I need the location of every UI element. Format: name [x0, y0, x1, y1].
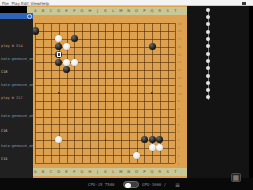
coord-number: 19	[178, 22, 182, 26]
coord-number: 4	[178, 138, 180, 142]
console-header[interactable]	[0, 13, 33, 19]
coord-letter: L	[111, 168, 115, 176]
game-tree-panel[interactable]	[187, 6, 253, 179]
grid-line-v	[137, 23, 138, 163]
coord-number: 7	[178, 115, 180, 119]
grid-line-h	[35, 109, 175, 110]
coord-letter: O	[135, 168, 139, 176]
gtp-console-sidebar: play W E14kata-genmove_anC18kata-genmove…	[0, 13, 33, 183]
coord-number: 14	[178, 60, 182, 64]
coord-letter: P	[142, 168, 146, 176]
coord-letter: T	[173, 7, 177, 15]
coord-number: 10	[178, 92, 182, 96]
coord-letter: G	[80, 7, 84, 15]
coord-number: 1	[178, 162, 180, 166]
coord-letter: R	[158, 7, 162, 15]
coord-letter: D	[57, 168, 61, 176]
coord-letter: J	[96, 7, 100, 15]
tree-node-8[interactable]	[206, 59, 210, 63]
grid-line-v	[129, 23, 130, 163]
search-icon[interactable]	[27, 14, 32, 19]
black-stone-D16	[55, 43, 62, 50]
console-line: kata-genmove_an	[1, 114, 33, 119]
console-line: kata-genmove_an	[1, 57, 33, 62]
coord-letter: D	[57, 7, 61, 15]
hamburger-menu-icon[interactable]: ≡	[175, 181, 180, 188]
tree-node-1[interactable]	[206, 8, 210, 12]
grid-line-h	[35, 124, 175, 125]
coord-letter: H	[88, 168, 92, 176]
console-line: C15	[1, 157, 33, 162]
coord-number: 9	[178, 99, 180, 103]
black-stone-D14	[55, 59, 62, 66]
coord-letter: N	[127, 168, 131, 176]
grid-line-v	[121, 23, 122, 163]
grid-line-h	[35, 155, 175, 156]
coord-letter: H	[88, 7, 92, 15]
cpu-engine-label: CPU-i5 7500	[88, 182, 115, 187]
coord-letter: Q	[150, 7, 154, 15]
status-bar: CPU-i5 7500 GPU-1060 / ≡ ▦	[0, 178, 253, 190]
coord-strip-bottom: ABCDEFGHJKLMNOPQRST	[27, 168, 187, 176]
tree-node-12[interactable]	[206, 88, 210, 92]
white-stone-Q3	[149, 144, 156, 151]
coord-number: 16	[178, 45, 182, 49]
black-stone-R4	[156, 136, 163, 143]
grid-line-h	[35, 101, 175, 102]
menu-edit[interactable]: Edit	[21, 1, 29, 6]
engine-toggle[interactable]	[123, 181, 139, 188]
coord-number: 17	[178, 37, 182, 41]
console-line: kata-genmove_analy	[1, 144, 33, 149]
go-board[interactable]: ABCDEFGHJKLMNOPQRST ABCDEFGHJKLMNOPQRST …	[27, 6, 187, 178]
grid-line-v	[175, 23, 176, 163]
coord-number: 5	[178, 130, 180, 134]
coord-letter: R	[158, 168, 162, 176]
coord-letter: Q	[150, 168, 154, 176]
grid-line-h	[35, 132, 175, 133]
console-line: C18	[1, 70, 33, 75]
coord-strip-top: ABCDEFGHJKLMNOPQRST	[27, 7, 187, 15]
tree-node-4[interactable]	[206, 30, 210, 34]
coord-number: 8	[178, 107, 180, 111]
star-point	[151, 92, 153, 94]
tree-node-5[interactable]	[206, 37, 210, 41]
engine-toggle-knob[interactable]	[125, 183, 130, 188]
white-stone-E14	[63, 59, 70, 66]
coord-letter: P	[142, 7, 146, 15]
coord-number: 12	[178, 76, 182, 80]
coord-letter: L	[111, 7, 115, 15]
tree-node-2[interactable]	[206, 15, 210, 19]
tree-node-9[interactable]	[206, 66, 210, 70]
white-stone-D4	[55, 136, 62, 143]
grid-line-h	[35, 117, 175, 118]
tree-node-6[interactable]	[206, 44, 210, 48]
tree-node-13[interactable]	[206, 95, 210, 99]
coord-number: 18	[178, 29, 182, 33]
black-stone-D15	[55, 51, 62, 58]
coord-letter: S	[166, 7, 170, 15]
coord-letter: E	[65, 7, 69, 15]
coord-number: 11	[178, 84, 182, 88]
coord-letter: B	[41, 7, 45, 15]
grid-line-v	[113, 23, 114, 163]
tree-node-3[interactable]	[206, 22, 210, 26]
white-stone-E16	[63, 43, 70, 50]
coord-letter: E	[65, 168, 69, 176]
console-line: C16	[1, 129, 33, 134]
menu-view[interactable]: View	[31, 1, 41, 6]
star-point	[58, 92, 60, 94]
tree-node-10[interactable]	[206, 74, 210, 78]
window-menu-icon[interactable]	[242, 2, 246, 5]
white-stone-R3	[156, 144, 163, 151]
black-stone-Q16	[149, 43, 156, 50]
coord-letter: T	[173, 168, 177, 176]
coord-number: 6	[178, 123, 180, 127]
coord-letter: K	[103, 7, 107, 15]
coord-letter: G	[80, 168, 84, 176]
console-line: kata-genmove_analy	[1, 83, 33, 88]
grid-line-h	[35, 163, 175, 164]
black-stone-F17	[71, 35, 78, 42]
black-stone-Q4	[149, 136, 156, 143]
coord-number: 13	[178, 68, 182, 72]
panel-edge	[249, 6, 253, 179]
tree-node-7[interactable]	[206, 52, 210, 56]
coord-letter: A	[33, 7, 37, 15]
white-stone-O2	[133, 152, 140, 159]
console-line: play W E14	[1, 44, 33, 49]
coord-letter: B	[41, 168, 45, 176]
tree-node-11[interactable]	[206, 81, 210, 85]
coord-number: 3	[178, 146, 180, 150]
black-stone-E13	[63, 66, 70, 73]
coord-number: 2	[178, 154, 180, 158]
grid-line-v	[168, 23, 169, 163]
coord-letter: O	[135, 7, 139, 15]
coord-letter: C	[49, 7, 53, 15]
menu-help[interactable]: Help	[40, 1, 49, 6]
menu-play[interactable]: Play	[12, 1, 20, 6]
coord-letter: A	[33, 168, 37, 176]
coord-letter: K	[103, 168, 107, 176]
coord-letter: F	[72, 7, 76, 15]
coord-letter: M	[119, 168, 123, 176]
coord-letter: M	[119, 7, 123, 15]
coord-letter: S	[166, 168, 170, 176]
last-move-marker	[57, 52, 62, 57]
coord-number: 15	[178, 53, 182, 57]
gpu-engine-label: GPU-1060 /	[142, 182, 166, 187]
console-line: play W C17	[1, 96, 33, 101]
menu-file[interactable]: File	[2, 1, 9, 6]
coord-letter: C	[49, 168, 53, 176]
coord-letter: N	[127, 7, 131, 15]
black-stone-P4	[141, 136, 148, 143]
layout-grid-icon[interactable]: ▦	[231, 173, 242, 182]
white-stone-D17	[55, 35, 62, 42]
white-stone-F14	[71, 59, 78, 66]
coord-letter: F	[72, 168, 76, 176]
coord-letter: J	[96, 168, 100, 176]
